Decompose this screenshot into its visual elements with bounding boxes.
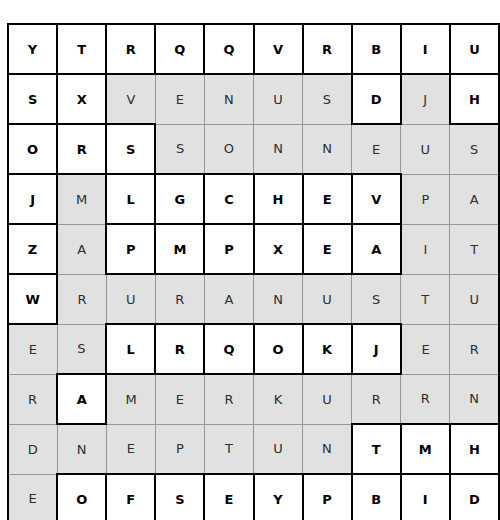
grid-cell-r8c6-found[interactable]: K — [254, 374, 303, 424]
grid-cell-r8c4-found[interactable]: E — [155, 374, 204, 424]
grid-cell-r7c5[interactable]: Q — [204, 324, 253, 374]
grid-cell-r6c7-found[interactable]: U — [303, 274, 352, 324]
grid-cell-r1c4[interactable]: Q — [155, 24, 204, 74]
grid-cell-r8c1-found[interactable]: R — [8, 374, 57, 424]
grid-cell-r7c10-found[interactable]: R — [450, 324, 499, 374]
grid-row-1: YTRQQVRBIU — [8, 24, 499, 74]
grid-cell-r1c8[interactable]: B — [352, 24, 401, 74]
grid-cell-r1c1[interactable]: Y — [8, 24, 57, 74]
grid-cell-r6c8-found[interactable]: S — [352, 274, 401, 324]
grid-cell-r10c5[interactable]: E — [204, 474, 253, 520]
grid-cell-r4c2-found[interactable]: M — [57, 174, 106, 224]
grid-cell-r5c6[interactable]: X — [254, 224, 303, 274]
grid-cell-r4c10-found[interactable]: A — [450, 174, 499, 224]
grid-cell-r2c3-found[interactable]: V — [106, 74, 155, 124]
grid-cell-r7c2-found[interactable]: S — [57, 324, 106, 374]
grid-cell-r5c5[interactable]: P — [204, 224, 253, 274]
grid-cell-r6c2-found[interactable]: R — [57, 274, 106, 324]
grid-cell-r5c1[interactable]: Z — [8, 224, 57, 274]
grid-cell-r3c7-found[interactable]: N — [303, 124, 352, 174]
grid-cell-r9c5-found[interactable]: T — [204, 424, 253, 474]
grid-cell-r3c10-found[interactable]: S — [450, 124, 499, 174]
grid-row-6: WRURANUSTU — [8, 274, 499, 324]
grid-cell-r9c1-found[interactable]: D — [8, 424, 57, 474]
grid-cell-r1c9[interactable]: I — [401, 24, 450, 74]
grid-cell-r9c4-found[interactable]: P — [155, 424, 204, 474]
grid-cell-r8c3-found[interactable]: M — [106, 374, 155, 424]
grid-cell-r10c10[interactable]: D — [450, 474, 499, 520]
grid-cell-r7c9-found[interactable]: E — [401, 324, 450, 374]
grid-cell-r3c3[interactable]: S — [106, 124, 155, 174]
grid-cell-r5c2-found[interactable]: A — [57, 224, 106, 274]
grid-cell-r3c1[interactable]: O — [8, 124, 57, 174]
grid-cell-r10c6[interactable]: Y — [254, 474, 303, 520]
grid-cell-r2c7-found[interactable]: S — [303, 74, 352, 124]
grid-cell-r7c3[interactable]: L — [106, 324, 155, 374]
grid-cell-r6c9-found[interactable]: T — [401, 274, 450, 324]
grid-cell-r8c5-found[interactable]: R — [204, 374, 253, 424]
grid-cell-r8c8-found[interactable]: R — [352, 374, 401, 424]
grid-cell-r6c4-found[interactable]: R — [155, 274, 204, 324]
grid-cell-r1c6[interactable]: V — [254, 24, 303, 74]
grid-cell-r4c6[interactable]: H — [254, 174, 303, 224]
grid-cell-r5c8[interactable]: A — [352, 224, 401, 274]
grid-cell-r3c4-found[interactable]: S — [155, 124, 204, 174]
grid-cell-r4c9-found[interactable]: P — [401, 174, 450, 224]
grid-cell-r6c10-found[interactable]: U — [450, 274, 499, 324]
board-rows: YTRQQVRBIUSXVENUSDJHORSSONNEUSJMLGCHEVPA… — [8, 24, 499, 520]
grid-cell-r2c1[interactable]: S — [8, 74, 57, 124]
grid-cell-r3c5-found[interactable]: O — [204, 124, 253, 174]
grid-row-9: DNEPTUNTMH — [8, 424, 499, 474]
grid-cell-r1c3[interactable]: R — [106, 24, 155, 74]
grid-cell-r4c1[interactable]: J — [8, 174, 57, 224]
grid-cell-r5c10-found[interactable]: T — [450, 224, 499, 274]
grid-cell-r9c8[interactable]: T — [352, 424, 401, 474]
grid-cell-r7c8[interactable]: J — [352, 324, 401, 374]
grid-cell-r7c7[interactable]: K — [303, 324, 352, 374]
grid-cell-r2c9-found[interactable]: J — [401, 74, 450, 124]
grid-cell-r7c4[interactable]: R — [155, 324, 204, 374]
word-search-page: { "game": "word-search", "position": "YT… — [0, 0, 500, 520]
grid-row-4: JMLGCHEVPA — [8, 174, 499, 224]
grid-cell-r5c7[interactable]: E — [303, 224, 352, 274]
grid-cell-r9c2-found[interactable]: N — [57, 424, 106, 474]
grid-cell-r9c9[interactable]: M — [401, 424, 450, 474]
grid-cell-r4c5[interactable]: C — [204, 174, 253, 224]
grid-cell-r6c1[interactable]: W — [8, 274, 57, 324]
grid-cell-r4c8[interactable]: V — [352, 174, 401, 224]
grid-cell-r9c6-found[interactable]: U — [254, 424, 303, 474]
grid-cell-r8c7-found[interactable]: U — [303, 374, 352, 424]
grid-cell-r10c9[interactable]: I — [401, 474, 450, 520]
grid-cell-r2c8[interactable]: D — [352, 74, 401, 124]
grid-cell-r2c4-found[interactable]: E — [155, 74, 204, 124]
grid-cell-r10c3[interactable]: F — [106, 474, 155, 520]
grid-cell-r2c6-found[interactable]: U — [254, 74, 303, 124]
grid-cell-r2c10[interactable]: H — [450, 74, 499, 124]
grid-row-10: EOFSEYPBID — [8, 474, 499, 520]
grid-cell-r1c7[interactable]: R — [303, 24, 352, 74]
grid-cell-r9c7-found[interactable]: N — [303, 424, 352, 474]
grid-cell-r3c8-found[interactable]: E — [352, 124, 401, 174]
grid-cell-r4c4[interactable]: G — [155, 174, 204, 224]
grid-cell-r1c2[interactable]: T — [57, 24, 106, 74]
grid-cell-r8c10-found[interactable]: N — [450, 374, 499, 424]
grid-cell-r10c1-found[interactable]: E — [8, 474, 57, 520]
grid-row-8: RAMERKURRN — [8, 374, 499, 424]
grid-cell-r10c7[interactable]: P — [303, 474, 352, 520]
grid-cell-r2c5-found[interactable]: N — [204, 74, 253, 124]
grid-cell-r9c10[interactable]: H — [450, 424, 499, 474]
grid-cell-r5c9-found[interactable]: I — [401, 224, 450, 274]
grid-cell-r4c3[interactable]: L — [106, 174, 155, 224]
grid-cell-r9c3-found[interactable]: E — [106, 424, 155, 474]
grid-cell-r4c7[interactable]: E — [303, 174, 352, 224]
grid-cell-r1c10[interactable]: U — [450, 24, 499, 74]
grid-cell-r5c3[interactable]: P — [106, 224, 155, 274]
grid-cell-r7c6[interactable]: O — [254, 324, 303, 374]
grid-cell-r10c2[interactable]: O — [57, 474, 106, 520]
grid-cell-r3c9-found[interactable]: U — [401, 124, 450, 174]
grid-cell-r7c1-found[interactable]: E — [8, 324, 57, 374]
grid-cell-r3c2[interactable]: R — [57, 124, 106, 174]
grid-cell-r2c2[interactable]: X — [57, 74, 106, 124]
grid-cell-r10c4[interactable]: S — [155, 474, 204, 520]
grid-cell-r6c5-found[interactable]: A — [204, 274, 253, 324]
grid-row-3: ORSSONNEUS — [8, 124, 499, 174]
grid-cell-r3c6-found[interactable]: N — [254, 124, 303, 174]
grid-cell-r6c3-found[interactable]: U — [106, 274, 155, 324]
grid-cell-r8c2[interactable]: A — [57, 374, 106, 424]
grid-row-7: ESLRQOKJER — [8, 324, 499, 374]
grid-cell-r8c9-found[interactable]: R — [401, 374, 450, 424]
grid-row-2: SXVENUSDJH — [8, 74, 499, 124]
grid-row-5: ZAPMPXEAIT — [8, 224, 499, 274]
word-search-board: YTRQQVRBIUSXVENUSDJHORSSONNEUSJMLGCHEVPA… — [7, 23, 500, 520]
grid-cell-r6c6-found[interactable]: N — [254, 274, 303, 324]
grid-cell-r1c5[interactable]: Q — [204, 24, 253, 74]
grid-cell-r10c8[interactable]: B — [352, 474, 401, 520]
grid-cell-r5c4[interactable]: M — [155, 224, 204, 274]
